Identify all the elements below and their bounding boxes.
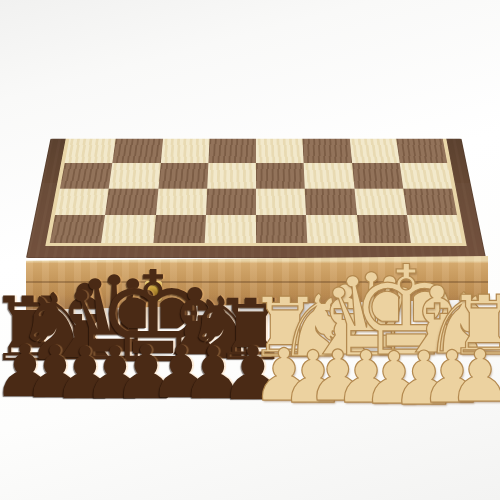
product-photo-scene: ♜♞♝♛♚♝♞♜♟♟♟♟♟♟♟♟♜♞♝♛♚♝♞♜♟♟♟♟♟♟♟♟ (0, 0, 500, 500)
pieces-layer: ♜♞♝♛♚♝♞♜♟♟♟♟♟♟♟♟♜♞♝♛♚♝♞♜♟♟♟♟♟♟♟♟ (0, 0, 500, 500)
piece-light-pawn[interactable]: ♟ (448, 340, 500, 412)
